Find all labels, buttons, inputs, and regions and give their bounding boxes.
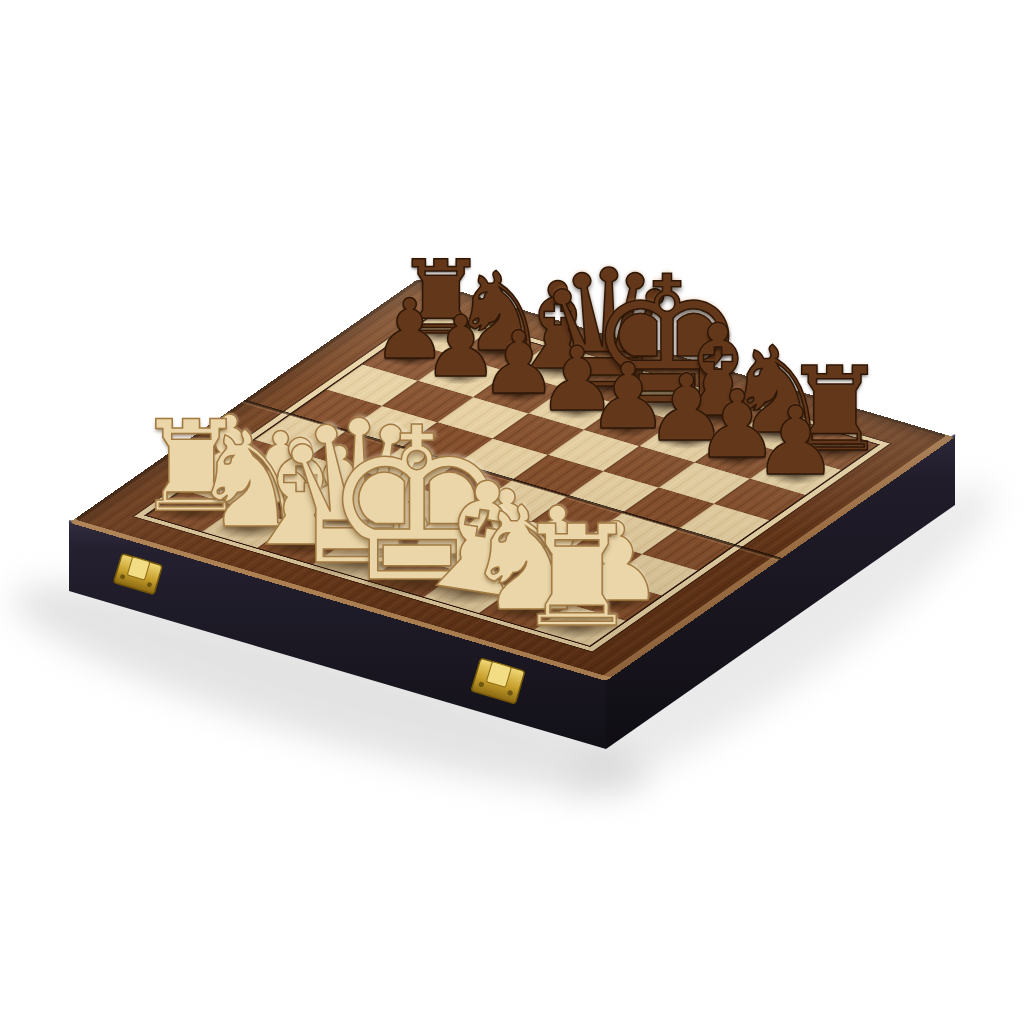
product-photo-scene: ♜♞♝♛♚♝♞♜♟♟♟♟♟♟♟♟♟♟♟♟♟♟♟♟♜♞♝♛♚♝♞♜: [0, 0, 1024, 1024]
pieces-layer: ♜♞♝♛♚♝♞♜♟♟♟♟♟♟♟♟♟♟♟♟♟♟♟♟♜♞♝♛♚♝♞♜: [0, 0, 1024, 1024]
pawn-glyph: ♟: [753, 394, 838, 489]
rook-glyph: ♜: [514, 507, 640, 647]
